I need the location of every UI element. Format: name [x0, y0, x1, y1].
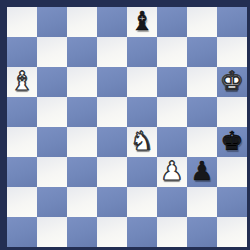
square-h8[interactable] [217, 7, 247, 37]
square-h2[interactable] [217, 187, 247, 217]
square-b5[interactable] [37, 97, 67, 127]
square-f8[interactable] [157, 7, 187, 37]
white-bishop-piece[interactable]: ♝ [10, 66, 33, 96]
square-e1[interactable] [127, 217, 157, 247]
square-e8[interactable]: ♝ [127, 7, 157, 37]
square-a3[interactable] [7, 157, 37, 187]
square-c4[interactable] [67, 127, 97, 157]
square-h4[interactable]: ♚ [217, 127, 247, 157]
square-e5[interactable] [127, 97, 157, 127]
square-e7[interactable] [127, 37, 157, 67]
square-g5[interactable] [187, 97, 217, 127]
square-h3[interactable] [217, 157, 247, 187]
square-f7[interactable] [157, 37, 187, 67]
square-f2[interactable] [157, 187, 187, 217]
square-a7[interactable] [7, 37, 37, 67]
square-c7[interactable] [67, 37, 97, 67]
square-f5[interactable] [157, 97, 187, 127]
square-a8[interactable] [7, 7, 37, 37]
square-f4[interactable] [157, 127, 187, 157]
square-g7[interactable] [187, 37, 217, 67]
square-e3[interactable] [127, 157, 157, 187]
square-b6[interactable] [37, 67, 67, 97]
square-b4[interactable] [37, 127, 67, 157]
square-f1[interactable] [157, 217, 187, 247]
square-g4[interactable] [187, 127, 217, 157]
white-pawn-piece[interactable]: ♟ [160, 156, 183, 186]
square-d1[interactable] [97, 217, 127, 247]
square-d3[interactable] [97, 157, 127, 187]
square-a1[interactable] [7, 217, 37, 247]
square-b7[interactable] [37, 37, 67, 67]
square-g6[interactable] [187, 67, 217, 97]
square-d8[interactable] [97, 7, 127, 37]
square-g3[interactable]: ♟ [187, 157, 217, 187]
chess-board: ♝♝♚♞♚♟♟ [0, 0, 250, 250]
square-d7[interactable] [97, 37, 127, 67]
square-c5[interactable] [67, 97, 97, 127]
square-c8[interactable] [67, 7, 97, 37]
square-d4[interactable] [97, 127, 127, 157]
square-b1[interactable] [37, 217, 67, 247]
square-b3[interactable] [37, 157, 67, 187]
square-b2[interactable] [37, 187, 67, 217]
square-g1[interactable] [187, 217, 217, 247]
chess-board-grid: ♝♝♚♞♚♟♟ [7, 7, 247, 247]
square-a5[interactable] [7, 97, 37, 127]
square-d5[interactable] [97, 97, 127, 127]
square-a6[interactable]: ♝ [7, 67, 37, 97]
square-h7[interactable] [217, 37, 247, 67]
square-c1[interactable] [67, 217, 97, 247]
square-f6[interactable] [157, 67, 187, 97]
square-b8[interactable] [37, 7, 67, 37]
white-knight-piece[interactable]: ♞ [130, 126, 153, 156]
square-e2[interactable] [127, 187, 157, 217]
black-king-piece[interactable]: ♚ [220, 126, 243, 156]
square-c6[interactable] [67, 67, 97, 97]
square-c3[interactable] [67, 157, 97, 187]
square-e4[interactable]: ♞ [127, 127, 157, 157]
white-king-piece[interactable]: ♚ [220, 66, 243, 96]
black-pawn-piece[interactable]: ♟ [190, 156, 213, 186]
square-d6[interactable] [97, 67, 127, 97]
square-h6[interactable]: ♚ [217, 67, 247, 97]
square-d2[interactable] [97, 187, 127, 217]
black-bishop-piece[interactable]: ♝ [130, 6, 153, 36]
square-g8[interactable] [187, 7, 217, 37]
square-h1[interactable] [217, 217, 247, 247]
square-f3[interactable]: ♟ [157, 157, 187, 187]
square-c2[interactable] [67, 187, 97, 217]
square-a2[interactable] [7, 187, 37, 217]
square-a4[interactable] [7, 127, 37, 157]
square-e6[interactable] [127, 67, 157, 97]
square-g2[interactable] [187, 187, 217, 217]
square-h5[interactable] [217, 97, 247, 127]
